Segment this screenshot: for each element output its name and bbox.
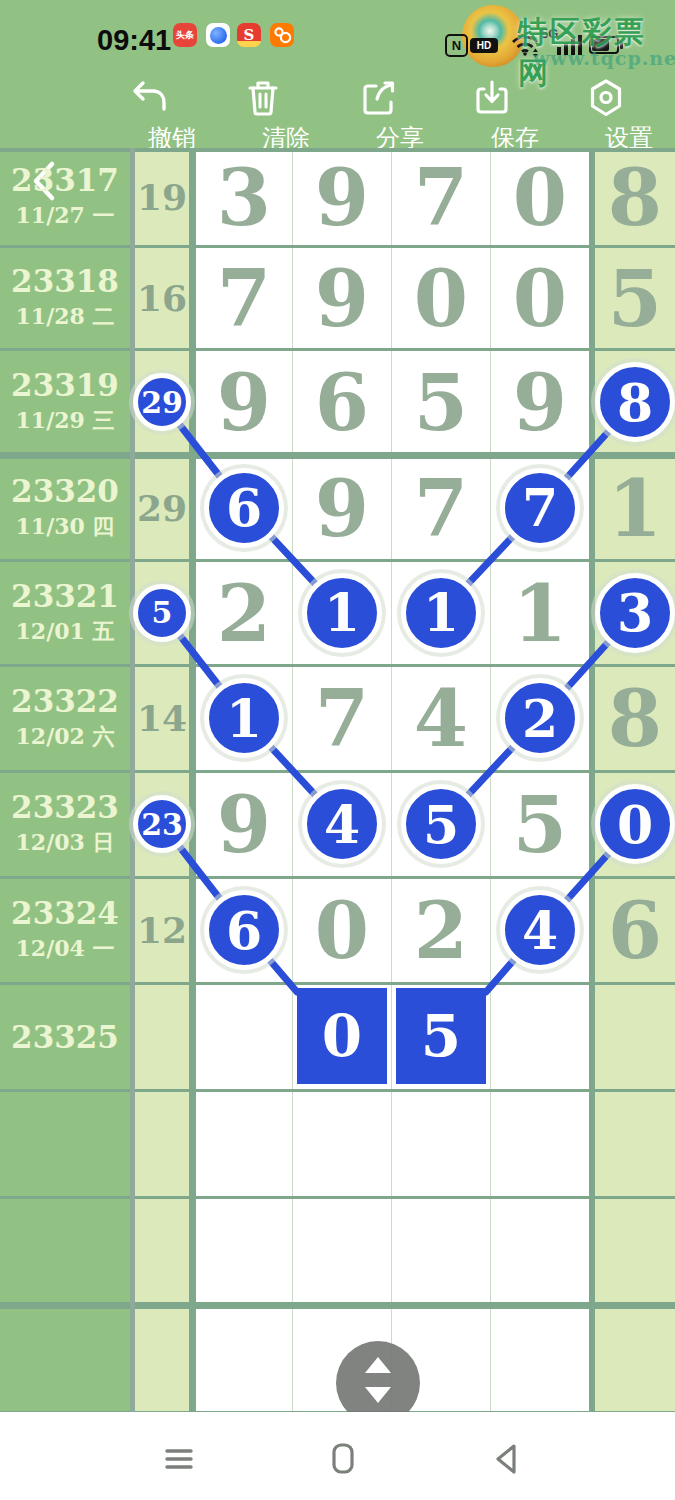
circled-tail-digit[interactable]: 0 — [595, 784, 675, 864]
tail-digit-cell[interactable]: 6 — [608, 885, 662, 976]
digit-cell[interactable]: 9 — [315, 152, 369, 243]
digit-cell[interactable]: 7 — [414, 152, 468, 243]
nfc-icon: N — [445, 34, 468, 57]
issue-label: 23318 — [11, 263, 119, 299]
issue-label: 23320 — [11, 473, 119, 509]
row-separator — [0, 559, 675, 562]
circled-sum[interactable]: 5 — [133, 584, 191, 642]
digit-cell[interactable]: 0 — [513, 252, 567, 343]
watermark-url: www.tqcp.net — [533, 47, 675, 69]
hd-icon: HD — [470, 38, 498, 53]
tail-column-border — [589, 148, 595, 1412]
circled-digit[interactable]: 2 — [500, 678, 580, 758]
s-app-icon: S — [237, 23, 261, 47]
circled-digit[interactable]: 1 — [401, 573, 481, 653]
undo-icon — [127, 76, 171, 120]
sum-value: 19 — [137, 176, 187, 218]
scroll-up-arrow — [365, 1357, 391, 1373]
digit-cell[interactable]: 3 — [217, 152, 271, 243]
digit-cell[interactable]: 0 — [513, 152, 567, 243]
digit-cell[interactable]: 2 — [414, 885, 468, 976]
trend-chart-grid: 2331711/27 一19397082331811/28 二167900523… — [0, 148, 675, 1412]
save-icon — [470, 76, 514, 120]
digit-cell[interactable]: 9 — [217, 779, 271, 870]
digit-cell[interactable]: 9 — [315, 462, 369, 553]
sum-value: 29 — [137, 487, 187, 529]
digit-cell[interactable]: 2 — [217, 567, 271, 658]
digit-cell[interactable]: 1 — [513, 567, 567, 658]
circled-tail-digit[interactable]: 3 — [595, 573, 675, 653]
issue-label: 23317 — [11, 162, 119, 198]
sum-value: 12 — [137, 909, 187, 951]
sum-value: 16 — [137, 277, 187, 319]
selected-digit-square[interactable]: 0 — [297, 988, 387, 1084]
tail-digit-cell[interactable]: 8 — [608, 152, 662, 243]
digit-cell[interactable]: 9 — [315, 252, 369, 343]
selected-digit-square[interactable]: 5 — [396, 988, 486, 1084]
scroll-down-arrow — [365, 1387, 391, 1403]
circled-digit[interactable]: 1 — [302, 573, 382, 653]
issue-label: 23322 — [11, 683, 119, 719]
circled-digit[interactable]: 1 — [204, 678, 284, 758]
row-separator — [0, 452, 675, 459]
issue-label: 23323 — [11, 789, 119, 825]
digit-cell[interactable]: 9 — [217, 357, 271, 448]
date-label: 11/29 三 — [16, 406, 115, 436]
digit-cell[interactable]: 5 — [513, 779, 567, 870]
digit-cell[interactable]: 7 — [414, 462, 468, 553]
circled-digit[interactable]: 5 — [401, 784, 481, 864]
date-label: 12/03 日 — [16, 828, 115, 858]
circled-sum[interactable]: 23 — [133, 795, 191, 853]
issue-label: 23321 — [11, 578, 119, 614]
share-icon — [355, 76, 399, 120]
clock: 09:41 — [97, 24, 171, 57]
tail-digit-cell[interactable]: 1 — [608, 462, 662, 553]
circled-digit[interactable]: 4 — [500, 890, 580, 970]
circled-digit[interactable]: 6 — [204, 468, 284, 548]
digit-cell[interactable]: 6 — [315, 357, 369, 448]
sum-column-strip — [135, 148, 189, 1412]
row-separator — [0, 770, 675, 773]
circled-digit[interactable]: 6 — [204, 890, 284, 970]
date-label: 11/27 一 — [16, 201, 115, 231]
kuaishou-app-icon — [270, 23, 294, 47]
circled-tail-digit[interactable]: 8 — [595, 362, 675, 442]
menu-icon[interactable] — [155, 1435, 203, 1483]
tail-digit-cell[interactable]: 5 — [608, 252, 662, 343]
issue-label: 23325 — [11, 1019, 119, 1055]
row-separator — [0, 982, 675, 985]
row-separator — [0, 1302, 675, 1309]
date-label: 11/28 二 — [16, 302, 115, 332]
date-label: 12/01 五 — [16, 617, 115, 647]
recent-apps-icon[interactable] — [319, 1435, 367, 1483]
undo-button[interactable]: 撤销 — [127, 76, 217, 154]
sum-value: 14 — [137, 697, 187, 739]
trash-icon — [241, 76, 285, 120]
circled-digit[interactable]: 7 — [500, 468, 580, 548]
digit-cell[interactable]: 7 — [315, 673, 369, 764]
back-nav-icon[interactable] — [483, 1435, 531, 1483]
column-line — [292, 148, 294, 1412]
sum-column-border — [189, 148, 196, 1412]
row-separator — [0, 1089, 675, 1092]
date-label: 12/04 一 — [16, 934, 115, 964]
row-separator — [0, 1196, 675, 1199]
digit-cell[interactable]: 4 — [414, 673, 468, 764]
column-line — [490, 148, 492, 1412]
digit-cell[interactable]: 0 — [315, 885, 369, 976]
share-button[interactable]: 分享 — [355, 76, 445, 154]
clear-button[interactable]: 清除 — [241, 76, 331, 154]
digit-cell[interactable]: 7 — [217, 252, 271, 343]
app-screen: 09:41 头条 S N HD 5G — [0, 0, 675, 1500]
row-separator — [0, 348, 675, 351]
row-separator — [0, 876, 675, 879]
digit-cell[interactable]: 0 — [414, 252, 468, 343]
row-separator — [0, 664, 675, 667]
date-label: 12/02 六 — [16, 722, 115, 752]
digit-cell[interactable]: 9 — [513, 357, 567, 448]
date-label: 11/30 四 — [16, 512, 115, 542]
camera-glyph — [270, 23, 294, 47]
circled-sum[interactable]: 29 — [133, 373, 191, 431]
label-column-border — [130, 148, 135, 1412]
browser-app-icon — [206, 23, 230, 47]
tail-digit-cell[interactable]: 8 — [608, 673, 662, 764]
circled-digit[interactable]: 4 — [302, 784, 382, 864]
row-separator — [0, 245, 675, 248]
column-line — [391, 148, 393, 1412]
issue-label: 23319 — [11, 367, 119, 403]
issue-label: 23324 — [11, 895, 119, 931]
digit-cell[interactable]: 5 — [414, 357, 468, 448]
toutiao-app-icon: 头条 — [173, 23, 197, 47]
bottom-nav-bar — [0, 1412, 675, 1500]
